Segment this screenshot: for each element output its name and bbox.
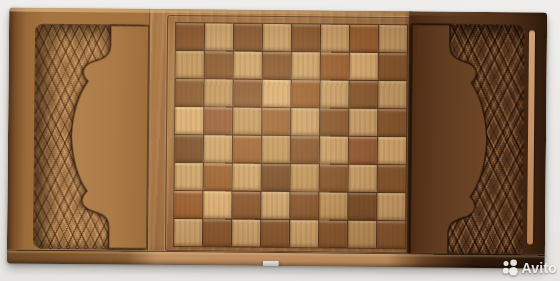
board-square <box>232 220 260 247</box>
board-square <box>348 193 376 220</box>
board-square <box>377 165 405 192</box>
wooden-board-box <box>7 7 547 268</box>
board-square <box>321 24 349 51</box>
board-square <box>377 193 405 220</box>
box-middle-section <box>147 9 411 254</box>
chessboard <box>174 23 407 248</box>
board-square <box>290 192 318 219</box>
board-square <box>349 81 377 108</box>
board-square <box>319 164 347 191</box>
photo-background: Avito <box>0 0 560 281</box>
box-right-edge-highlight <box>527 30 535 244</box>
board-square <box>205 51 233 78</box>
board-square <box>233 108 261 135</box>
metal-clasp-latch <box>262 261 280 269</box>
board-square <box>319 192 347 219</box>
board-square <box>203 219 231 246</box>
left-carved-panel <box>33 24 150 250</box>
left-arch-carving <box>34 25 149 249</box>
board-square <box>176 23 204 50</box>
board-square <box>290 220 318 247</box>
board-square <box>233 80 261 107</box>
chessboard-frame <box>165 15 418 253</box>
board-square <box>204 79 232 106</box>
board-square <box>175 79 203 106</box>
board-square <box>350 25 378 52</box>
board-square <box>292 52 320 79</box>
board-square <box>379 25 407 52</box>
board-square <box>261 220 289 247</box>
box-right-section <box>407 11 547 254</box>
right-arch-carving <box>410 24 524 256</box>
board-square <box>291 108 319 135</box>
board-square <box>378 137 406 164</box>
board-square <box>377 221 405 248</box>
board-square <box>175 135 203 162</box>
board-square <box>348 221 376 248</box>
board-square <box>263 24 291 51</box>
board-square <box>232 192 260 219</box>
board-square <box>348 165 376 192</box>
board-square <box>378 81 406 108</box>
board-square <box>292 24 320 51</box>
board-square <box>205 23 233 50</box>
board-square <box>203 163 231 190</box>
avito-watermark-text: Avito <box>522 260 557 276</box>
board-square <box>174 219 202 246</box>
board-square <box>319 220 347 247</box>
board-square <box>204 135 232 162</box>
board-square <box>379 53 407 80</box>
board-square <box>175 107 203 134</box>
board-square <box>291 80 319 107</box>
board-square <box>321 52 349 79</box>
board-square <box>234 52 262 79</box>
board-square <box>174 191 202 218</box>
right-carved-panel <box>409 23 525 257</box>
board-square <box>320 108 348 135</box>
board-square <box>291 136 319 163</box>
box-left-section <box>7 7 149 250</box>
board-square <box>350 53 378 80</box>
avito-watermark: Avito <box>501 259 557 276</box>
board-square <box>262 136 290 163</box>
board-square <box>290 164 318 191</box>
board-square <box>262 80 290 107</box>
board-square <box>378 109 406 136</box>
board-square <box>261 192 289 219</box>
board-square <box>320 80 348 107</box>
avito-logo-icon <box>501 259 519 276</box>
board-square <box>174 163 202 190</box>
board-square <box>262 108 290 135</box>
board-square <box>232 164 260 191</box>
board-square <box>176 51 204 78</box>
board-square <box>203 191 231 218</box>
board-square <box>349 137 377 164</box>
board-square <box>261 164 289 191</box>
board-square <box>234 24 262 51</box>
board-square <box>204 107 232 134</box>
board-square <box>349 109 377 136</box>
board-square <box>233 136 261 163</box>
board-square <box>320 136 348 163</box>
board-square <box>263 52 291 79</box>
